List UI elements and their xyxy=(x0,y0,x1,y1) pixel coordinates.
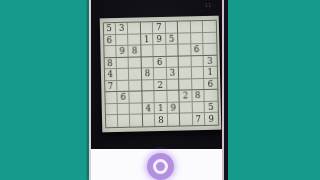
sudoku-cell-r1c6 xyxy=(166,22,179,34)
sudoku-cell-r7c3 xyxy=(130,92,143,104)
sudoku-cell-r2c8 xyxy=(191,33,204,45)
sudoku-cell-r2c4: 1 xyxy=(141,34,154,46)
sudoku-cell-r5c8 xyxy=(191,67,204,79)
sudoku-cell-r3c3: 8 xyxy=(129,46,142,58)
camera-controls-bar xyxy=(91,149,222,180)
sudoku-cell-r4c6 xyxy=(166,56,179,68)
sudoku-cell-r9c2 xyxy=(118,115,131,127)
sudoku-paper: 537619598686348317266284195879 xyxy=(100,16,222,133)
status-text: 11 xyxy=(205,2,212,8)
sudoku-cell-r9c9: 9 xyxy=(205,113,218,125)
sudoku-cell-r9c7 xyxy=(180,114,193,126)
sudoku-cell-r4c3 xyxy=(129,57,142,69)
sudoku-cell-r4c2 xyxy=(117,57,130,69)
sudoku-cell-r1c9 xyxy=(203,21,216,33)
sudoku-cell-r8c7 xyxy=(180,102,193,114)
sudoku-cell-r3c8: 6 xyxy=(191,44,204,56)
sudoku-cell-r6c8 xyxy=(192,79,205,91)
sudoku-cell-r8c2 xyxy=(118,104,131,116)
sudoku-cell-r6c5: 2 xyxy=(154,80,167,92)
sudoku-cell-r4c5: 6 xyxy=(154,57,167,69)
sudoku-cell-r3c4 xyxy=(141,45,154,57)
sudoku-cell-r9c4 xyxy=(143,115,156,127)
sudoku-cell-r2c1: 6 xyxy=(104,35,117,47)
sudoku-cell-r8c6: 9 xyxy=(167,102,180,114)
sudoku-cell-r2c9 xyxy=(203,32,216,44)
camera-viewfinder[interactable]: 11 537619598686348317266284195879 xyxy=(91,0,222,149)
sudoku-cell-r8c4: 4 xyxy=(142,103,155,115)
app-backdrop: 11 537619598686348317266284195879 xyxy=(0,0,320,180)
sudoku-cell-r2c6: 5 xyxy=(166,33,179,45)
sudoku-cell-r1c7 xyxy=(178,21,191,33)
sudoku-cell-r1c8 xyxy=(190,21,203,33)
sudoku-cell-r6c4 xyxy=(142,80,155,92)
sudoku-cell-r2c2 xyxy=(116,34,129,46)
phone-screen: 11 537619598686348317266284195879 xyxy=(91,0,222,180)
sudoku-cell-r9c3 xyxy=(130,115,143,127)
sudoku-cell-r5c3 xyxy=(129,69,142,81)
sudoku-cell-r2c3 xyxy=(128,34,141,46)
sudoku-cell-r7c9 xyxy=(204,90,217,102)
sudoku-cell-r9c8: 7 xyxy=(193,113,206,125)
camera-shutter-button[interactable] xyxy=(147,153,174,180)
sudoku-cell-r4c1: 8 xyxy=(104,58,117,70)
sudoku-cell-r5c4: 8 xyxy=(142,68,155,80)
sudoku-cell-r9c5: 8 xyxy=(155,114,168,126)
sudoku-cell-r6c2 xyxy=(117,80,130,92)
sudoku-cell-r6c6 xyxy=(167,79,180,91)
sudoku-cell-r4c8 xyxy=(191,56,204,68)
sudoku-cell-r5c7 xyxy=(179,68,192,80)
sudoku-cell-r7c5 xyxy=(155,91,168,103)
sudoku-cell-r7c1 xyxy=(105,92,118,104)
sudoku-cell-r5c6: 3 xyxy=(167,68,180,80)
sudoku-cell-r9c6 xyxy=(168,114,181,126)
sudoku-cell-r3c6 xyxy=(166,45,179,57)
sudoku-cell-r8c8 xyxy=(192,102,205,114)
sudoku-cell-r7c2: 6 xyxy=(117,92,130,104)
sudoku-cell-r7c8: 8 xyxy=(192,90,205,102)
sudoku-cell-r5c2 xyxy=(117,69,130,81)
sudoku-cell-r1c5: 7 xyxy=(153,22,166,34)
sudoku-cell-r3c7 xyxy=(178,44,191,56)
sudoku-cell-r2c7 xyxy=(178,33,191,45)
shutter-ring-icon xyxy=(153,159,168,174)
sudoku-cell-r5c1: 4 xyxy=(104,69,117,81)
sudoku-cell-r1c1: 5 xyxy=(103,23,116,35)
sudoku-cell-r5c5 xyxy=(154,68,167,80)
sudoku-cell-r1c3 xyxy=(128,22,141,34)
sudoku-cell-r5c9: 1 xyxy=(204,67,217,79)
sudoku-grid: 537619598686348317266284195879 xyxy=(102,20,218,129)
sudoku-cell-r4c4 xyxy=(141,57,154,69)
sudoku-cell-r7c4 xyxy=(142,91,155,103)
sudoku-cell-r8c5: 1 xyxy=(155,103,168,115)
sudoku-cell-r4c7 xyxy=(179,56,192,68)
sudoku-cell-r2c5: 9 xyxy=(153,33,166,45)
sudoku-cell-r6c1: 7 xyxy=(105,81,118,93)
sudoku-cell-r6c9: 6 xyxy=(204,78,217,90)
sudoku-cell-r3c9 xyxy=(203,44,216,56)
sudoku-cell-r9c1 xyxy=(105,115,118,127)
sudoku-cell-r6c3 xyxy=(130,80,143,92)
phone-bezel-right xyxy=(224,0,229,180)
sudoku-cell-r3c5 xyxy=(154,45,167,57)
sudoku-cell-r3c2: 9 xyxy=(116,46,129,58)
sudoku-cell-r4c9: 3 xyxy=(204,55,217,67)
sudoku-cell-r1c2: 3 xyxy=(116,23,129,35)
sudoku-cell-r6c7 xyxy=(179,79,192,91)
sudoku-cell-r8c9: 5 xyxy=(205,102,218,114)
sudoku-cell-r7c7: 2 xyxy=(180,91,193,103)
sudoku-cell-r1c4 xyxy=(141,22,154,34)
sudoku-cell-r7c6 xyxy=(167,91,180,103)
sudoku-cell-r8c1 xyxy=(105,104,118,116)
sudoku-cell-r3c1 xyxy=(104,46,117,58)
sudoku-cell-r8c3 xyxy=(130,103,143,115)
